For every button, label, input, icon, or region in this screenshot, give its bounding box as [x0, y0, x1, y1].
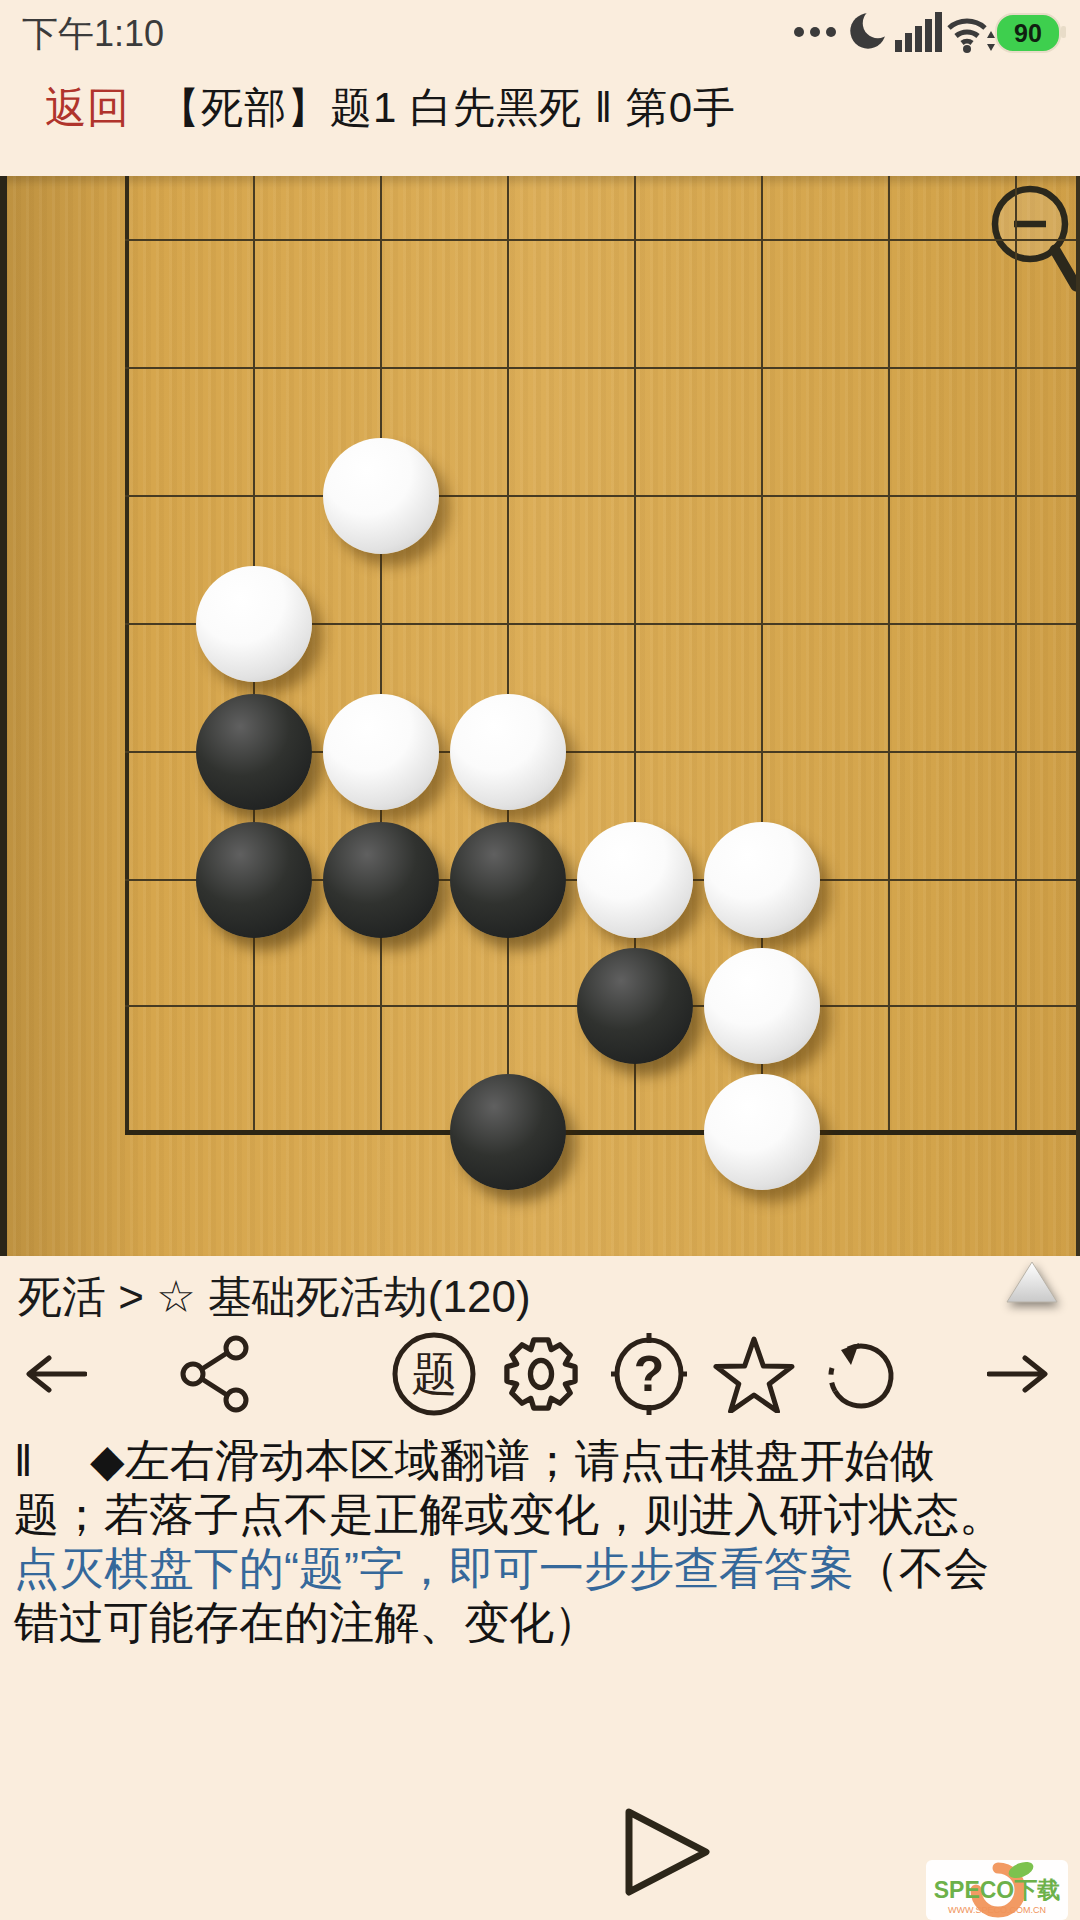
share-button[interactable] — [180, 1335, 250, 1413]
black-stone[interactable] — [577, 948, 693, 1064]
white-stone[interactable] — [323, 438, 439, 554]
play-button[interactable] — [620, 1800, 715, 1904]
svg-text:?: ? — [634, 1346, 665, 1402]
zoom-out-icon[interactable] — [975, 176, 1080, 296]
app-screen: 下午1:10 90 返回 【死部】题1 白先 — [0, 0, 1080, 1920]
battery-percent: 90 — [1014, 19, 1042, 48]
star-icon — [713, 1335, 795, 1413]
watermark-badge: SPECO下载 WWW.SPECO.COM.CN — [926, 1860, 1068, 1920]
problem-badge-icon: 题 — [391, 1331, 477, 1417]
next-move-button[interactable] — [987, 1352, 1051, 1396]
grid-hline — [125, 367, 1080, 369]
instruction-text: 题；若落子点不是正解或变化，则进入研讨状态。 — [14, 1489, 1004, 1540]
instruction-line: ‖ ◆左右滑动本区域翻谱；请点击棋盘开始做 — [14, 1434, 1069, 1488]
share-icon — [180, 1335, 250, 1413]
undo-circle-icon — [823, 1334, 899, 1414]
help-button[interactable]: ? — [609, 1331, 689, 1417]
instruction-line: 错过可能存在的注解、变化） — [14, 1596, 1069, 1650]
go-board[interactable] — [0, 176, 1080, 1256]
toolbar: 题 ? — [0, 1330, 1080, 1420]
watermark-logo-icon: SPECO下载 WWW.SPECO.COM.CN — [926, 1860, 1068, 1920]
status-bar: 下午1:10 90 — [0, 0, 1080, 60]
more-dots-icon — [793, 24, 839, 40]
question-icon: ? — [609, 1331, 689, 1417]
prev-move-button[interactable] — [23, 1352, 87, 1396]
grid-vline — [1015, 176, 1017, 1134]
white-stone[interactable] — [577, 822, 693, 938]
left-arrow-icon — [23, 1352, 87, 1396]
black-stone[interactable] — [196, 822, 312, 938]
favorite-button[interactable] — [713, 1335, 795, 1413]
page-title: 【死部】题1 白先黑死 ‖ 第0手 — [158, 80, 736, 136]
settings-button[interactable] — [503, 1336, 579, 1412]
back-button[interactable]: 返回 — [45, 80, 129, 136]
collapse-arrow-icon[interactable] — [1004, 1258, 1060, 1306]
white-stone[interactable] — [196, 566, 312, 682]
black-stone[interactable] — [450, 1074, 566, 1190]
clock: 下午1:10 — [22, 10, 164, 59]
svg-text:题: 题 — [411, 1348, 457, 1400]
grid-hline — [125, 239, 1080, 241]
svg-text:SPECO下载: SPECO下载 — [934, 1877, 1061, 1903]
instruction-link-text[interactable]: 点灭棋盘下的“题”字，即可一步步查看答案 — [14, 1543, 854, 1594]
gear-icon — [503, 1336, 579, 1412]
reset-button[interactable] — [823, 1334, 899, 1414]
instruction-text: （不会 — [854, 1543, 989, 1594]
battery-indicator: 90 — [995, 13, 1061, 53]
white-stone[interactable] — [704, 948, 820, 1064]
grid-hline — [125, 495, 1080, 497]
instructions-text[interactable]: ‖ ◆左右滑动本区域翻谱；请点击棋盘开始做题；若落子点不是正解或变化，则进入研讨… — [14, 1434, 1069, 1650]
white-stone[interactable] — [704, 1074, 820, 1190]
signal-icon — [895, 12, 943, 52]
white-stone[interactable] — [704, 822, 820, 938]
grid-vline — [380, 176, 382, 1134]
title-bar: 返回 【死部】题1 白先黑死 ‖ 第0手 — [0, 60, 1080, 150]
instruction-text: ‖ ◆左右滑动本区域翻谱；请点击棋盘开始做 — [14, 1435, 935, 1486]
right-arrow-icon — [987, 1352, 1051, 1396]
grid-vline — [507, 176, 509, 1134]
grid-vline — [125, 176, 129, 1134]
grid-vline — [888, 176, 890, 1134]
moon-icon — [845, 10, 891, 52]
instruction-line: 点灭棋盘下的“题”字，即可一步步查看答案（不会 — [14, 1542, 1069, 1596]
black-stone[interactable] — [450, 822, 566, 938]
wifi-icon — [945, 12, 995, 54]
white-stone[interactable] — [323, 694, 439, 810]
problem-mode-button[interactable]: 题 — [391, 1331, 477, 1417]
black-stone[interactable] — [196, 694, 312, 810]
grid-hline — [125, 1130, 1080, 1135]
instruction-line: 题；若落子点不是正解或变化，则进入研讨状态。 — [14, 1488, 1069, 1542]
white-stone[interactable] — [450, 694, 566, 810]
svg-text:WWW.SPECO.COM.CN: WWW.SPECO.COM.CN — [948, 1905, 1046, 1915]
breadcrumb-bar: 死活 > ☆ 基础死活劫(120) — [0, 1256, 1080, 1330]
instruction-text: 错过可能存在的注解、变化） — [14, 1597, 599, 1648]
breadcrumb[interactable]: 死活 > ☆ 基础死活劫(120) — [18, 1268, 531, 1327]
black-stone[interactable] — [323, 822, 439, 938]
